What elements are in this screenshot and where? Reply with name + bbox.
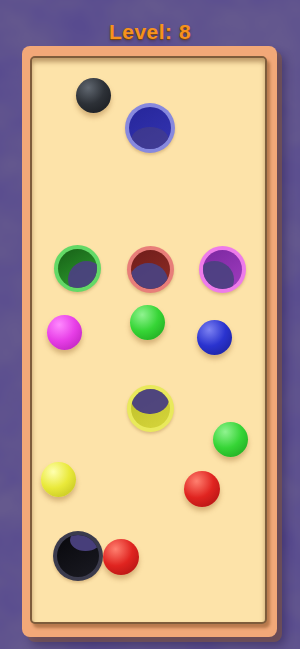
hole-black-see-through: [70, 535, 99, 551]
ball-green-lower[interactable]: [213, 422, 248, 457]
game-screen: Level: 8: [0, 0, 300, 649]
hole-black-pit: [57, 535, 99, 577]
hole-red[interactable]: [127, 246, 174, 293]
hole-red-pit: [131, 250, 170, 289]
hole-blue-pit: [129, 107, 171, 149]
level-indicator: Level: 8: [0, 20, 300, 44]
hole-purple-see-through: [203, 261, 235, 288]
ball-green-upper[interactable]: [130, 305, 165, 340]
hole-purple-pit: [203, 250, 242, 289]
hole-red-see-through: [131, 263, 168, 288]
ball-magenta[interactable]: [47, 315, 82, 350]
ball-yellow[interactable]: [41, 462, 76, 497]
hole-green[interactable]: [54, 245, 101, 292]
hole-purple[interactable]: [199, 246, 246, 293]
hole-yellow-see-through: [131, 389, 168, 415]
ball-red-lower[interactable]: [103, 539, 139, 575]
ball-red-upper[interactable]: [184, 471, 220, 507]
ball-blue[interactable]: [197, 320, 232, 355]
hole-black[interactable]: [53, 531, 103, 581]
hole-green-pit: [58, 249, 97, 288]
hole-yellow-pit: [131, 389, 170, 428]
hole-blue-see-through: [131, 127, 169, 149]
hole-yellow[interactable]: [127, 385, 174, 432]
hole-blue[interactable]: [125, 103, 175, 153]
ball-black[interactable]: [76, 78, 111, 113]
hole-green-see-through: [68, 261, 96, 288]
